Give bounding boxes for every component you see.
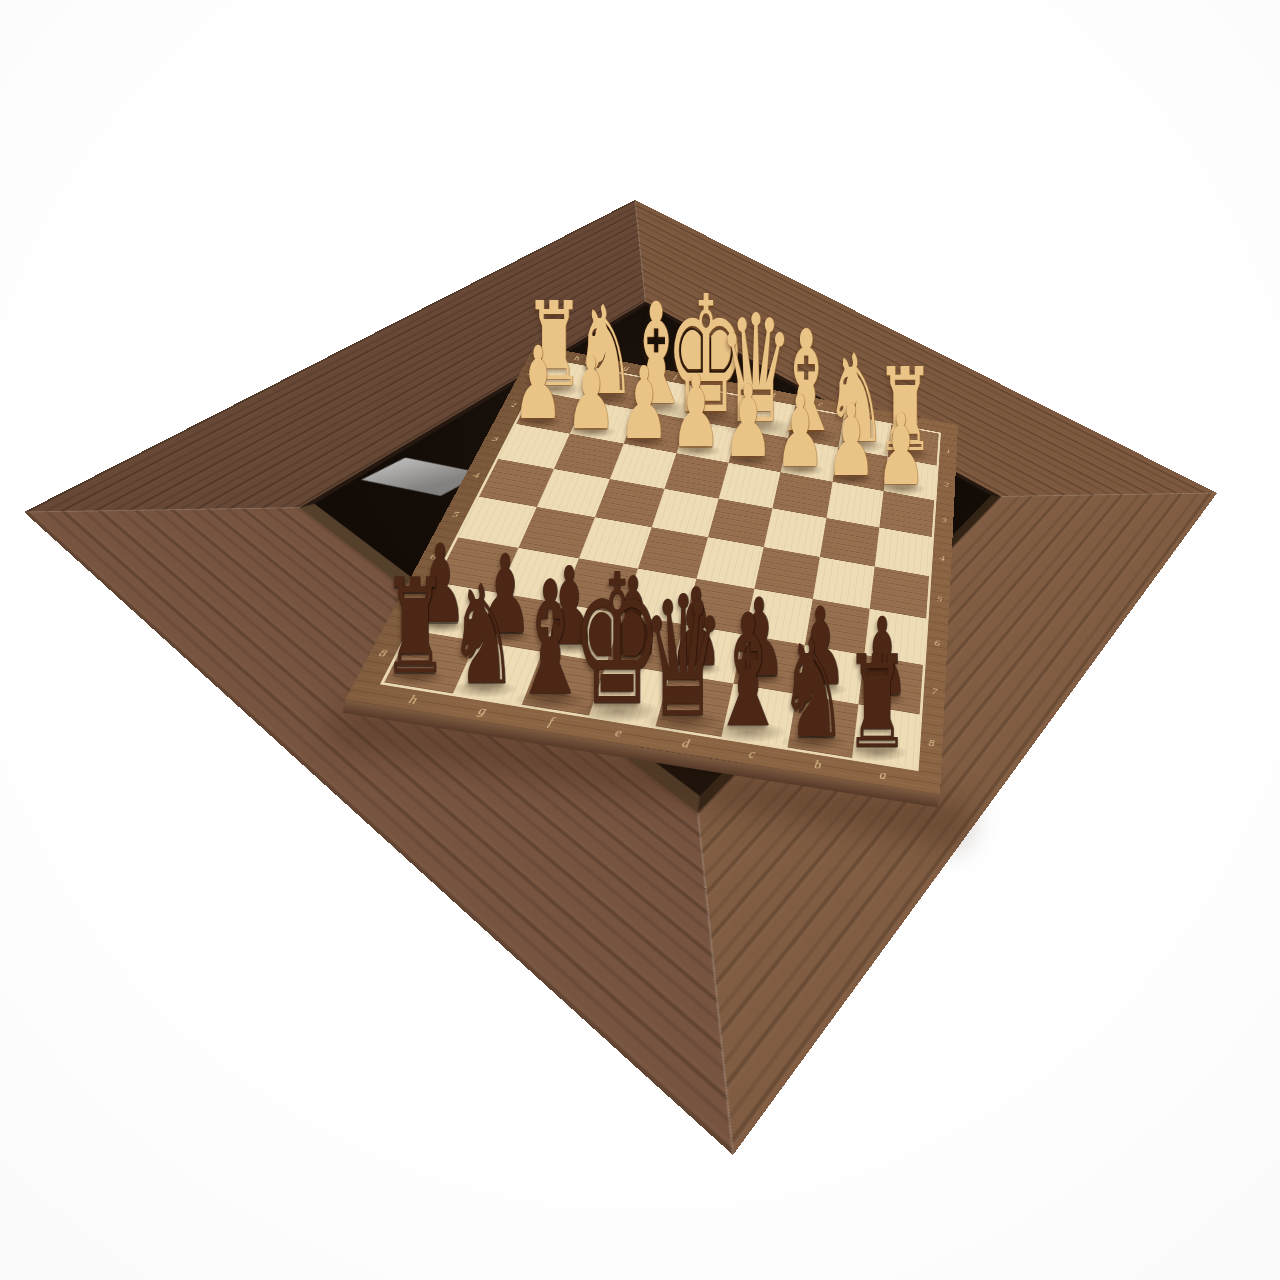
square-b8 xyxy=(787,694,858,758)
square-d8 xyxy=(656,673,734,737)
square-a8 xyxy=(852,704,920,768)
square-c8 xyxy=(722,683,797,747)
scene: hgfedcbahgfedcba1234567812345678 ♜♞♝♛♚♝♞… xyxy=(0,0,1280,1280)
